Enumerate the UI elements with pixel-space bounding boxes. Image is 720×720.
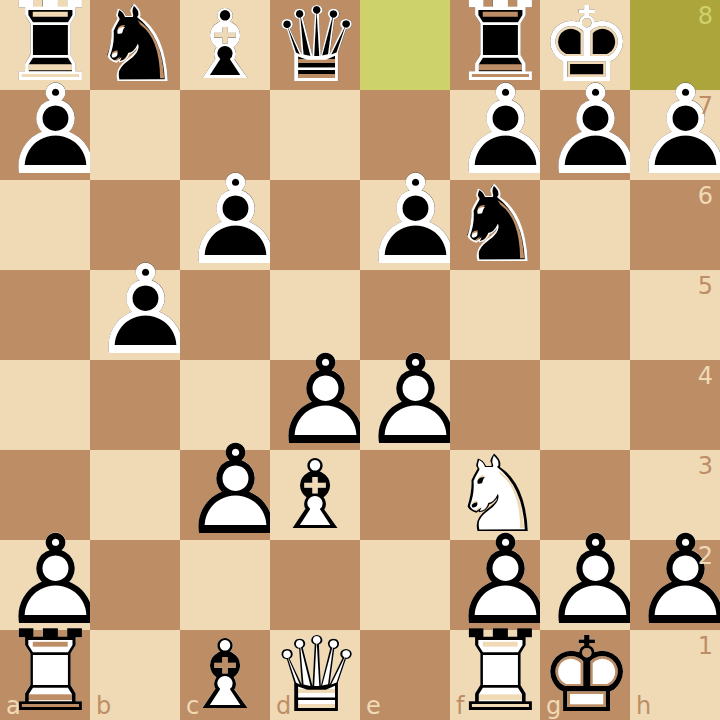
square-b5[interactable]: ♟♙ <box>90 270 180 360</box>
piece-glyph-outline: ♙ <box>90 265 180 355</box>
square-d5[interactable] <box>270 270 360 360</box>
square-h6[interactable]: 6 <box>630 180 720 270</box>
piece-glyph-outline: ♙ <box>180 175 270 265</box>
square-g3[interactable] <box>540 450 630 540</box>
square-g2[interactable]: ♟♙ <box>540 540 630 630</box>
square-c3[interactable]: ♟♙ <box>180 450 270 540</box>
square-d7[interactable] <box>270 90 360 180</box>
piece-glyph-fill: ♜ <box>0 626 90 716</box>
square-f4[interactable] <box>450 360 540 450</box>
piece-glyph-fill: ♟ <box>270 355 360 445</box>
square-a3[interactable] <box>0 450 90 540</box>
piece-white-rook[interactable]: ♜♖ <box>0 630 90 720</box>
square-g4[interactable] <box>540 360 630 450</box>
piece-black-pawn[interactable]: ♟♙ <box>90 270 180 360</box>
piece-glyph-outline: ♗ <box>180 630 270 720</box>
piece-glyph-outline: ♙ <box>0 85 90 175</box>
piece-white-pawn[interactable]: ♟♙ <box>630 540 720 630</box>
piece-glyph-fill: ♜ <box>0 0 90 86</box>
coordinate-rank-1: 1 <box>698 634 713 658</box>
piece-glyph-fill: ♟ <box>450 535 540 625</box>
square-b4[interactable] <box>90 360 180 450</box>
piece-glyph-outline: ♖ <box>0 0 90 86</box>
piece-glyph-fill: ♟ <box>0 535 90 625</box>
piece-glyph-fill: ♞ <box>90 0 180 90</box>
piece-white-pawn[interactable]: ♟♙ <box>0 540 90 630</box>
square-a7[interactable]: ♟♙ <box>0 90 90 180</box>
coordinate-rank-5: 5 <box>698 274 713 298</box>
piece-glyph-outline: ♙ <box>180 445 270 535</box>
piece-glyph-outline: ♙ <box>450 535 540 625</box>
coordinate-file-b: b <box>96 694 111 718</box>
square-c7[interactable] <box>180 90 270 180</box>
square-g5[interactable] <box>540 270 630 360</box>
piece-glyph-outline: ♙ <box>630 535 720 625</box>
piece-white-rook[interactable]: ♜♖ <box>450 630 540 720</box>
piece-glyph-outline: ♙ <box>540 535 630 625</box>
square-d4[interactable]: ♟♙ <box>270 360 360 450</box>
piece-white-pawn[interactable]: ♟♙ <box>450 540 540 630</box>
square-a1[interactable]: ♜♖a <box>0 630 90 720</box>
piece-glyph-fill: ♟ <box>630 535 720 625</box>
square-a4[interactable] <box>0 360 90 450</box>
piece-white-queen[interactable]: ♛♕ <box>270 630 360 720</box>
square-h8[interactable]: 8 <box>630 0 720 90</box>
piece-glyph-outline: ♙ <box>630 85 720 175</box>
coordinate-rank-4: 4 <box>698 364 713 388</box>
piece-glyph-fill: ♟ <box>0 85 90 175</box>
piece-white-pawn[interactable]: ♟♙ <box>360 360 450 450</box>
square-d1[interactable]: ♛♕d <box>270 630 360 720</box>
piece-black-knight[interactable]: ♞♘ <box>450 180 540 270</box>
piece-glyph-outline: ♔ <box>540 0 630 90</box>
square-f8[interactable]: ♜♖ <box>450 0 540 90</box>
piece-glyph-outline: ♕ <box>270 630 360 720</box>
square-a2[interactable]: ♟♙ <box>0 540 90 630</box>
piece-glyph-outline: ♙ <box>360 175 450 265</box>
square-h5[interactable]: 5 <box>630 270 720 360</box>
piece-black-pawn[interactable]: ♟♙ <box>540 90 630 180</box>
square-a6[interactable] <box>0 180 90 270</box>
square-e3[interactable] <box>360 450 450 540</box>
square-e8[interactable] <box>360 0 450 90</box>
piece-glyph-fill: ♟ <box>540 535 630 625</box>
piece-white-pawn[interactable]: ♟♙ <box>180 450 270 540</box>
square-b7[interactable] <box>90 90 180 180</box>
square-c6[interactable]: ♟♙ <box>180 180 270 270</box>
piece-white-pawn[interactable]: ♟♙ <box>270 360 360 450</box>
piece-glyph-outline: ♙ <box>360 355 450 445</box>
piece-glyph-outline: ♔ <box>540 630 630 720</box>
piece-glyph-outline: ♗ <box>270 450 360 540</box>
chess-board: ♜♖♞♘♝♗♛♕♜♖♚♔8♟♙♟♙♟♙♟♙7♟♙♟♙♞♘6♟♙5♟♙♟♙4♟♙♝… <box>0 0 720 720</box>
piece-glyph-outline: ♘ <box>450 180 540 270</box>
square-g1[interactable]: ♚♔g <box>540 630 630 720</box>
piece-black-queen[interactable]: ♛♕ <box>270 0 360 90</box>
square-d2[interactable] <box>270 540 360 630</box>
piece-glyph-fill: ♟ <box>630 85 720 175</box>
square-a8[interactable]: ♜♖ <box>0 0 90 90</box>
square-h3[interactable]: 3 <box>630 450 720 540</box>
piece-white-knight[interactable]: ♞♘ <box>450 450 540 540</box>
piece-glyph-outline: ♖ <box>450 626 540 716</box>
piece-glyph-fill: ♜ <box>450 626 540 716</box>
square-f5[interactable] <box>450 270 540 360</box>
piece-glyph-fill: ♟ <box>450 85 540 175</box>
piece-black-rook[interactable]: ♜♖ <box>450 0 540 90</box>
square-e1[interactable]: e <box>360 630 450 720</box>
piece-glyph-fill: ♞ <box>450 450 540 540</box>
square-f7[interactable]: ♟♙ <box>450 90 540 180</box>
piece-glyph-outline: ♖ <box>450 0 540 86</box>
square-a5[interactable] <box>0 270 90 360</box>
square-h4[interactable]: 4 <box>630 360 720 450</box>
square-b3[interactable] <box>90 450 180 540</box>
piece-glyph-fill: ♟ <box>180 445 270 535</box>
piece-glyph-fill: ♟ <box>360 175 450 265</box>
piece-glyph-fill: ♜ <box>450 0 540 86</box>
square-f1[interactable]: ♜♖f <box>450 630 540 720</box>
square-b6[interactable] <box>90 180 180 270</box>
square-f2[interactable]: ♟♙ <box>450 540 540 630</box>
piece-glyph-outline: ♙ <box>0 535 90 625</box>
coordinate-file-h: h <box>636 694 651 718</box>
piece-black-pawn[interactable]: ♟♙ <box>360 180 450 270</box>
piece-black-pawn[interactable]: ♟♙ <box>0 90 90 180</box>
piece-black-rook[interactable]: ♜♖ <box>0 0 90 90</box>
square-g7[interactable]: ♟♙ <box>540 90 630 180</box>
square-h1[interactable]: 1h <box>630 630 720 720</box>
square-e4[interactable]: ♟♙ <box>360 360 450 450</box>
piece-glyph-fill: ♝ <box>270 450 360 540</box>
piece-glyph-fill: ♟ <box>360 355 450 445</box>
piece-glyph-fill: ♛ <box>270 630 360 720</box>
piece-glyph-fill: ♚ <box>540 630 630 720</box>
piece-glyph-outline: ♕ <box>270 0 360 90</box>
piece-white-bishop[interactable]: ♝♗ <box>270 450 360 540</box>
piece-black-pawn[interactable]: ♟♙ <box>180 180 270 270</box>
square-f6[interactable]: ♞♘ <box>450 180 540 270</box>
square-d3[interactable]: ♝♗ <box>270 450 360 540</box>
coordinate-file-e: e <box>366 694 381 718</box>
coordinate-rank-6: 6 <box>698 184 713 208</box>
square-c4[interactable] <box>180 360 270 450</box>
piece-white-bishop[interactable]: ♝♗ <box>180 630 270 720</box>
square-c5[interactable] <box>180 270 270 360</box>
square-b8[interactable]: ♞♘ <box>90 0 180 90</box>
piece-glyph-fill: ♞ <box>450 180 540 270</box>
square-d8[interactable]: ♛♕ <box>270 0 360 90</box>
square-e2[interactable] <box>360 540 450 630</box>
square-c2[interactable] <box>180 540 270 630</box>
piece-glyph-outline: ♖ <box>0 626 90 716</box>
coordinate-rank-3: 3 <box>698 454 713 478</box>
square-e7[interactable] <box>360 90 450 180</box>
piece-glyph-fill: ♝ <box>180 0 270 90</box>
square-g8[interactable]: ♚♔ <box>540 0 630 90</box>
square-b2[interactable] <box>90 540 180 630</box>
piece-black-pawn[interactable]: ♟♙ <box>630 90 720 180</box>
piece-glyph-outline: ♘ <box>450 450 540 540</box>
piece-glyph-outline: ♘ <box>90 0 180 90</box>
piece-white-king[interactable]: ♚♔ <box>540 630 630 720</box>
piece-glyph-outline: ♙ <box>540 85 630 175</box>
piece-glyph-fill: ♟ <box>180 175 270 265</box>
square-h2[interactable]: ♟♙2 <box>630 540 720 630</box>
piece-glyph-fill: ♟ <box>90 265 180 355</box>
piece-glyph-outline: ♙ <box>270 355 360 445</box>
piece-glyph-fill: ♝ <box>180 630 270 720</box>
square-e5[interactable] <box>360 270 450 360</box>
square-b1[interactable]: b <box>90 630 180 720</box>
square-d6[interactable] <box>270 180 360 270</box>
square-g6[interactable] <box>540 180 630 270</box>
piece-glyph-fill: ♚ <box>540 0 630 90</box>
piece-black-pawn[interactable]: ♟♙ <box>450 90 540 180</box>
piece-black-bishop[interactable]: ♝♗ <box>180 0 270 90</box>
square-c8[interactable]: ♝♗ <box>180 0 270 90</box>
square-e6[interactable]: ♟♙ <box>360 180 450 270</box>
square-c1[interactable]: ♝♗c <box>180 630 270 720</box>
piece-glyph-outline: ♗ <box>180 0 270 90</box>
piece-glyph-fill: ♛ <box>270 0 360 90</box>
piece-black-king[interactable]: ♚♔ <box>540 0 630 90</box>
piece-white-pawn[interactable]: ♟♙ <box>540 540 630 630</box>
piece-black-knight[interactable]: ♞♘ <box>90 0 180 90</box>
square-f3[interactable]: ♞♘ <box>450 450 540 540</box>
coordinate-rank-8: 8 <box>698 4 713 28</box>
piece-glyph-fill: ♟ <box>540 85 630 175</box>
piece-glyph-outline: ♙ <box>450 85 540 175</box>
square-h7[interactable]: ♟♙7 <box>630 90 720 180</box>
